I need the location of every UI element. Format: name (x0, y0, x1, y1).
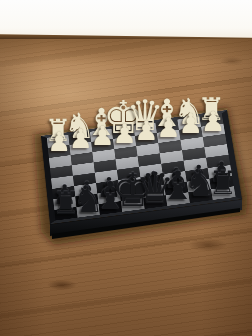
square-c8 (166, 192, 190, 206)
square-a8 (211, 186, 236, 200)
product-photo: ♜♞♝♚♛♝♞♜♟♟♟♟♟♟♟♟♟♟♟♟♟♟♟♟♜♞♝♚♛♝♞♜ (0, 0, 252, 336)
square-g8 (76, 204, 99, 218)
square-h8 (54, 207, 77, 221)
square-b8 (188, 189, 212, 203)
square-e8 (121, 198, 145, 212)
square-f8 (99, 201, 123, 215)
square-d8 (143, 195, 167, 209)
